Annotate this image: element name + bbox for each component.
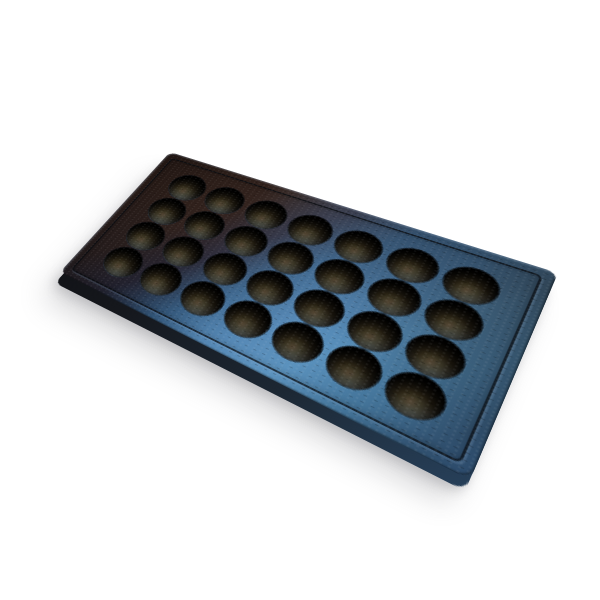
rim-groove <box>71 158 544 464</box>
pit-cell <box>130 257 193 304</box>
pit-r4c2[interactable] <box>133 258 189 301</box>
pit-cell <box>356 271 432 326</box>
pit-cell <box>195 182 254 220</box>
pit-r3c1[interactable] <box>119 218 171 255</box>
pit-r3c7[interactable] <box>399 328 472 387</box>
pit-r2c3[interactable] <box>217 222 273 262</box>
drop-shadow-tight <box>0 0 600 600</box>
drop-shadow-soft <box>0 0 600 600</box>
pit-cell <box>153 231 214 274</box>
pit-r4c7[interactable] <box>378 365 454 430</box>
pit-cell <box>175 206 235 246</box>
pit-r2c5[interactable] <box>308 254 371 300</box>
pit-cell <box>213 293 283 347</box>
pit-cell <box>432 259 511 314</box>
pit-r1c1[interactable] <box>162 172 212 205</box>
pit-cell <box>138 193 195 231</box>
pit-cell <box>235 195 297 235</box>
tray-surface <box>60 152 558 480</box>
tray-base <box>55 163 553 491</box>
pit-r3c6[interactable] <box>340 305 409 359</box>
pit-cell <box>324 224 393 271</box>
pit-cell <box>375 241 449 291</box>
pit-r2c7[interactable] <box>418 294 489 348</box>
pit-cell <box>257 235 324 282</box>
pit-cell <box>304 252 375 302</box>
pit-cell <box>159 170 215 205</box>
pit-r1c5[interactable] <box>328 226 389 269</box>
pit-r4c3[interactable] <box>173 276 232 322</box>
tray-top <box>0 0 600 600</box>
pit-cell <box>336 303 414 362</box>
pit-r2c1[interactable] <box>141 194 192 229</box>
pit-cell <box>192 246 257 293</box>
pit-cell <box>236 263 305 313</box>
pit-r3c2[interactable] <box>156 232 211 272</box>
pit-r4c6[interactable] <box>318 339 389 398</box>
pit-r2c4[interactable] <box>261 237 320 280</box>
pit-cell <box>373 362 459 433</box>
pit-cell <box>93 241 152 284</box>
pit-r2c6[interactable] <box>361 273 428 323</box>
pit-cell <box>277 209 343 252</box>
pit-cell <box>314 336 394 400</box>
pit-cell <box>116 216 174 257</box>
pit-r3c4[interactable] <box>239 265 300 311</box>
pit-r4c4[interactable] <box>217 295 279 345</box>
pit-r1c2[interactable] <box>199 184 251 219</box>
pit-r4c1[interactable] <box>96 242 149 282</box>
pit-cell <box>394 325 477 390</box>
pit-grid <box>93 170 511 432</box>
pit-cell <box>261 314 336 373</box>
pit-cell <box>214 220 277 263</box>
pit-r1c6[interactable] <box>380 243 445 289</box>
shadow-shape-tight <box>51 166 549 494</box>
pit-cell <box>283 282 356 336</box>
pit-r1c4[interactable] <box>281 211 339 251</box>
pit-r1c3[interactable] <box>238 197 293 234</box>
product-photo-scene <box>0 0 600 600</box>
pit-cell <box>414 291 495 350</box>
pit-r3c3[interactable] <box>196 248 254 291</box>
tray-side-thickness <box>0 0 600 600</box>
pit-r3c5[interactable] <box>287 284 352 334</box>
pit-r2c2[interactable] <box>178 207 231 244</box>
pit-r4c5[interactable] <box>265 316 331 370</box>
shadow-shape-wide <box>40 178 538 506</box>
pit-r1c7[interactable] <box>437 261 506 311</box>
pit-cell <box>169 274 235 324</box>
